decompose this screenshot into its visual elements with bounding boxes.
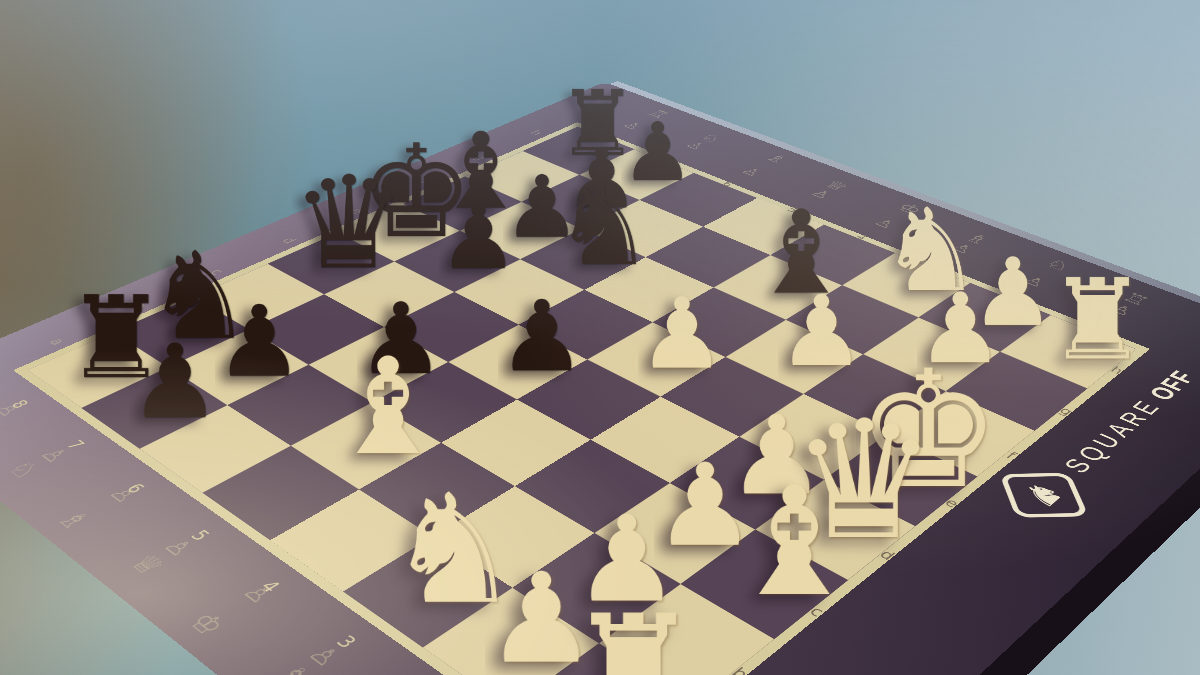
black-pawn-b7[interactable]: ♟ [215, 295, 303, 389]
logo-diamond: ♞ [999, 473, 1089, 518]
ghost-bishop-icon-right: ♗ [761, 151, 794, 166]
black-queen-d8[interactable]: ♛ [291, 162, 406, 284]
black-pawn-e7[interactable]: ♟ [439, 195, 519, 279]
logo-suffix: OFF [1142, 367, 1200, 405]
white-rook-a1[interactable]: ♜ [566, 599, 701, 675]
knight-logo-icon: ♞ [1014, 478, 1072, 513]
file-label-top-h: h [527, 129, 545, 137]
screenshot-root: { "game": "chess", "device": "smart ches… [0, 0, 1200, 675]
white-pawn-e4[interactable]: ♟ [638, 287, 726, 380]
ghost-king-icon-left: ♔ [181, 607, 234, 642]
ghost-pawn-icon-right: ♙ [737, 165, 766, 178]
white-bishop-b5[interactable]: ♝ [328, 343, 448, 470]
square-d5[interactable]: ♟ [448, 325, 587, 400]
white-bishop-c1[interactable]: ♝ [727, 471, 862, 614]
white-pawn-f3[interactable]: ♟ [778, 285, 866, 378]
black-knight-f6[interactable]: ♞ [554, 172, 654, 278]
ghost-bishop-icon-left: ♗ [49, 505, 98, 535]
white-rook-h1[interactable]: ♜ [1047, 267, 1147, 373]
black-pawn-d5[interactable]: ♟ [498, 290, 586, 383]
piece-anchor: ♟ [587, 322, 721, 394]
black-pawn-a7[interactable]: ♟ [129, 333, 221, 430]
